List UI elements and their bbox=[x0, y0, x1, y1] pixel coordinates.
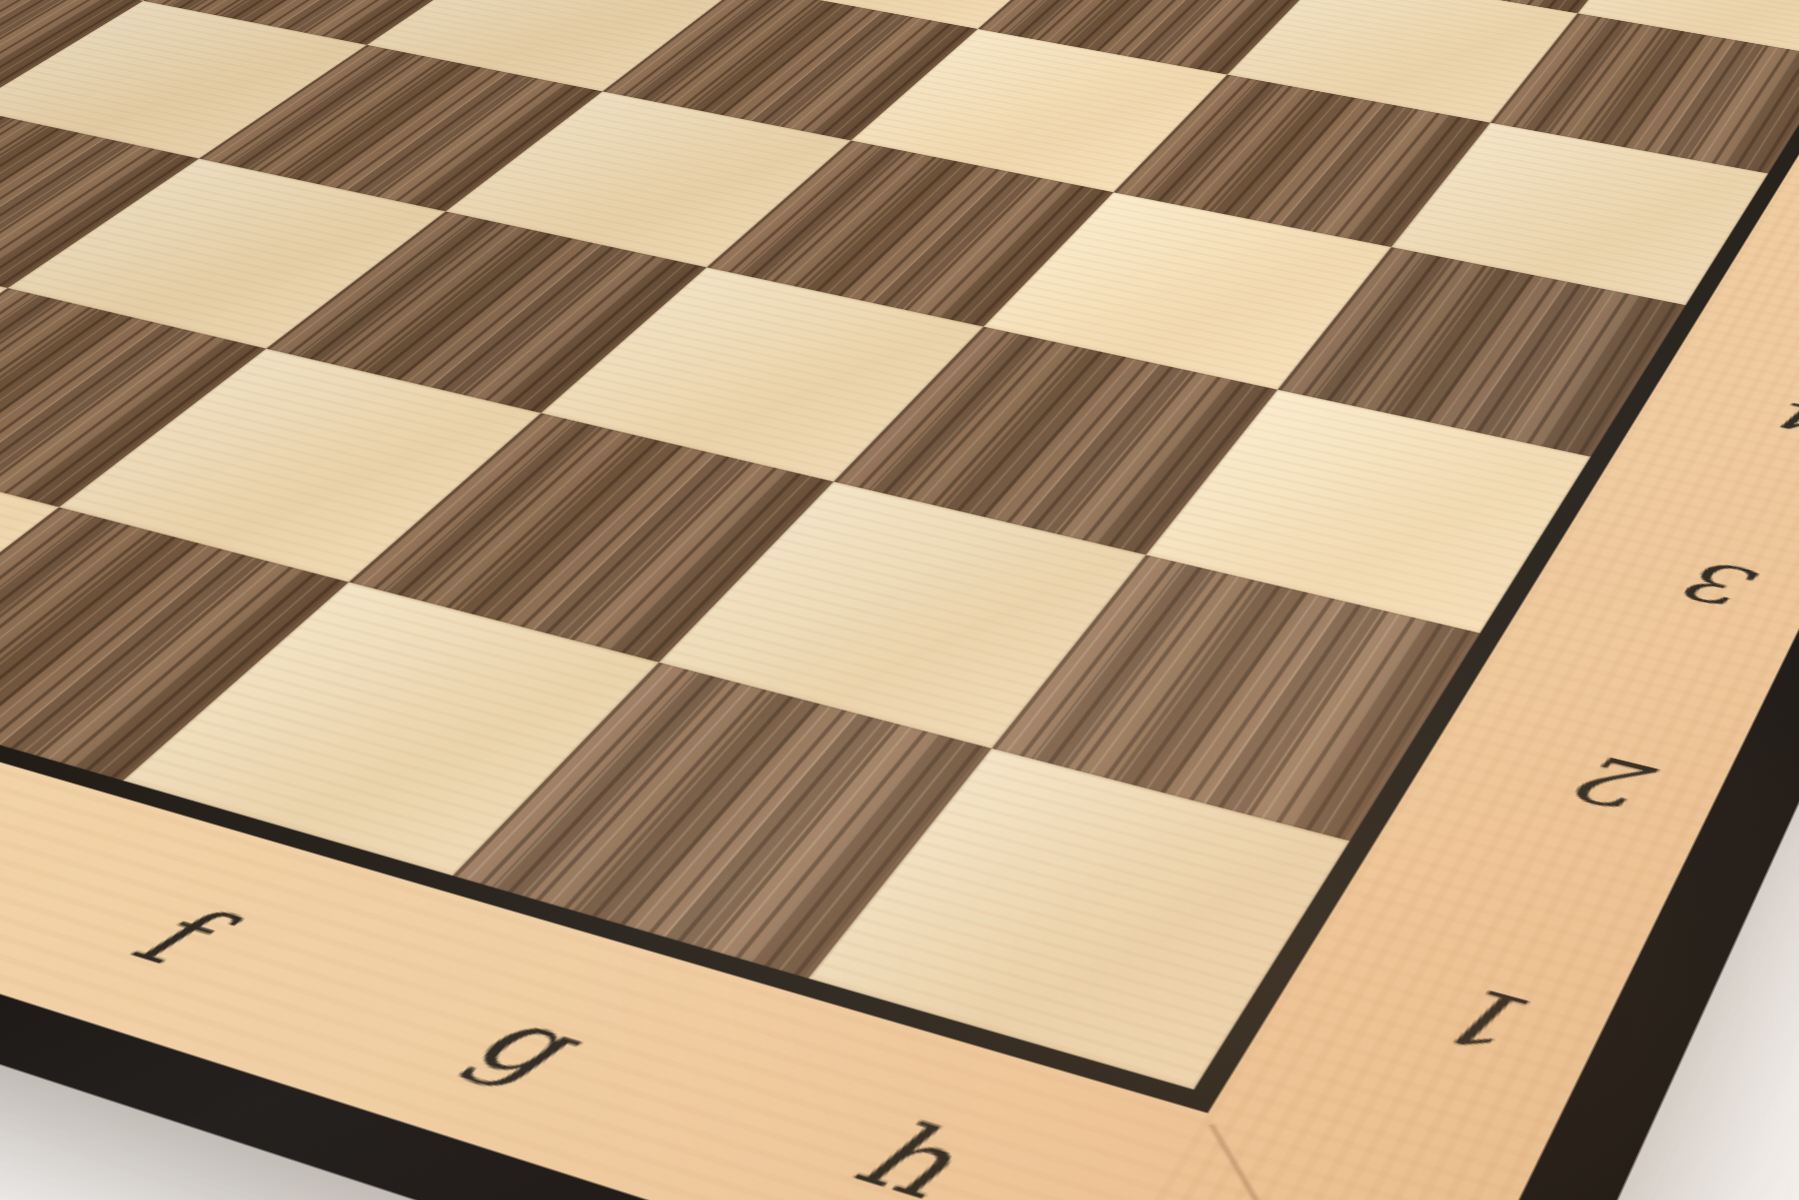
photo-backdrop: abcdefgh12345678 bbox=[0, 0, 1799, 1200]
chessboard: abcdefgh12345678 bbox=[0, 0, 1799, 1200]
board-border-frame: abcdefgh12345678 bbox=[0, 0, 1799, 1200]
